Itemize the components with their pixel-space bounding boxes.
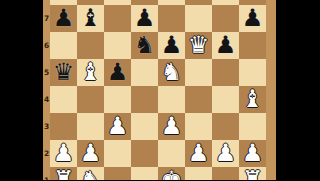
white-pawn-e3: ♟ xyxy=(161,113,183,140)
square-b1[interactable]: ♞ xyxy=(77,167,104,180)
white-rook-h1: ♜ xyxy=(242,167,264,180)
square-c7[interactable] xyxy=(104,5,131,32)
square-f7[interactable] xyxy=(185,5,212,32)
square-a4[interactable] xyxy=(50,86,77,113)
square-c5[interactable]: ♟ xyxy=(104,59,131,86)
square-e3[interactable]: ♟ xyxy=(158,113,185,140)
square-g7[interactable] xyxy=(212,5,239,32)
white-rook-a1: ♜ xyxy=(53,167,75,180)
square-g1[interactable] xyxy=(212,167,239,180)
square-f4[interactable] xyxy=(185,86,212,113)
square-h2[interactable]: ♟ xyxy=(239,140,266,167)
square-e2[interactable] xyxy=(158,140,185,167)
square-d3[interactable] xyxy=(131,113,158,140)
black-bishop-b7: ♝ xyxy=(80,5,102,32)
square-b4[interactable] xyxy=(77,86,104,113)
square-g4[interactable] xyxy=(212,86,239,113)
square-e6[interactable]: ♟ xyxy=(158,32,185,59)
white-knight-e5: ♞ xyxy=(161,59,183,86)
square-h1[interactable]: ♜ xyxy=(239,167,266,180)
white-bishop-h4: ♝ xyxy=(242,86,264,113)
square-a1[interactable]: ♜ xyxy=(50,167,77,180)
square-d4[interactable] xyxy=(131,86,158,113)
square-g6[interactable]: ♟ xyxy=(212,32,239,59)
white-knight-b1: ♞ xyxy=(80,167,102,180)
black-queen-a5: ♛ xyxy=(53,59,75,86)
square-e7[interactable] xyxy=(158,5,185,32)
white-king-e1: ♚ xyxy=(161,167,183,180)
white-pawn-c3: ♟ xyxy=(107,113,129,140)
white-pawn-g2: ♟ xyxy=(215,140,237,167)
square-b7[interactable]: ♝ xyxy=(77,5,104,32)
white-bishop-b5: ♝ xyxy=(80,59,102,86)
rank-label-4: 4 xyxy=(44,95,50,105)
square-e4[interactable] xyxy=(158,86,185,113)
square-a3[interactable] xyxy=(50,113,77,140)
square-d6[interactable]: ♞ xyxy=(131,32,158,59)
square-b3[interactable] xyxy=(77,113,104,140)
black-pawn-c5: ♟ xyxy=(107,59,129,86)
square-c2[interactable] xyxy=(104,140,131,167)
rank-label-3: 3 xyxy=(44,122,50,132)
white-pawn-b2: ♟ xyxy=(80,140,102,167)
square-c1[interactable] xyxy=(104,167,131,180)
square-d7[interactable]: ♟ xyxy=(131,5,158,32)
white-pawn-h2: ♟ xyxy=(242,140,264,167)
square-h3[interactable] xyxy=(239,113,266,140)
black-pawn-e6: ♟ xyxy=(161,32,183,59)
square-b6[interactable] xyxy=(77,32,104,59)
square-b5[interactable]: ♝ xyxy=(77,59,104,86)
square-f5[interactable] xyxy=(185,59,212,86)
square-a2[interactable]: ♟ xyxy=(50,140,77,167)
square-g5[interactable] xyxy=(212,59,239,86)
square-h6[interactable] xyxy=(239,32,266,59)
square-d5[interactable] xyxy=(131,59,158,86)
black-pawn-h7: ♟ xyxy=(242,5,264,32)
rank-label-7: 7 xyxy=(44,14,50,24)
black-pawn-d7: ♟ xyxy=(134,5,156,32)
square-e5[interactable]: ♞ xyxy=(158,59,185,86)
square-e1[interactable]: ♚ xyxy=(158,167,185,180)
rank-label-5: 5 xyxy=(44,68,50,78)
black-pawn-a7: ♟ xyxy=(53,5,75,32)
white-queen-f6: ♛ xyxy=(188,32,210,59)
square-b2[interactable]: ♟ xyxy=(77,140,104,167)
white-pawn-a2: ♟ xyxy=(53,140,75,167)
square-f3[interactable] xyxy=(185,113,212,140)
square-h4[interactable]: ♝ xyxy=(239,86,266,113)
square-h7[interactable]: ♟ xyxy=(239,5,266,32)
square-c4[interactable] xyxy=(104,86,131,113)
square-h5[interactable] xyxy=(239,59,266,86)
square-f2[interactable]: ♟ xyxy=(185,140,212,167)
video-frame: ♜♞♚♝♜♟♝♟♟♞♟♛♟♛♝♟♞♝♟♟♟♟♟♟♟♜♞♚♜ 87654321 xyxy=(0,0,320,180)
square-g3[interactable] xyxy=(212,113,239,140)
black-pawn-g6: ♟ xyxy=(215,32,237,59)
square-d2[interactable] xyxy=(131,140,158,167)
square-a5[interactable]: ♛ xyxy=(50,59,77,86)
rank-label-6: 6 xyxy=(44,41,50,51)
square-f6[interactable]: ♛ xyxy=(185,32,212,59)
square-c6[interactable] xyxy=(104,32,131,59)
letterbox-right xyxy=(277,0,320,180)
black-knight-d6: ♞ xyxy=(134,32,156,59)
square-g2[interactable]: ♟ xyxy=(212,140,239,167)
rank-label-1: 1 xyxy=(44,176,50,181)
square-a7[interactable]: ♟ xyxy=(50,5,77,32)
square-a6[interactable] xyxy=(50,32,77,59)
rank-label-2: 2 xyxy=(44,149,50,159)
white-pawn-f2: ♟ xyxy=(188,140,210,167)
square-d1[interactable] xyxy=(131,167,158,180)
letterbox-left xyxy=(0,0,43,180)
square-c3[interactable]: ♟ xyxy=(104,113,131,140)
board: ♜♞♚♝♜♟♝♟♟♞♟♛♟♛♝♟♞♝♟♟♟♟♟♟♟♜♞♚♜ xyxy=(50,0,266,180)
square-f1[interactable] xyxy=(185,167,212,180)
